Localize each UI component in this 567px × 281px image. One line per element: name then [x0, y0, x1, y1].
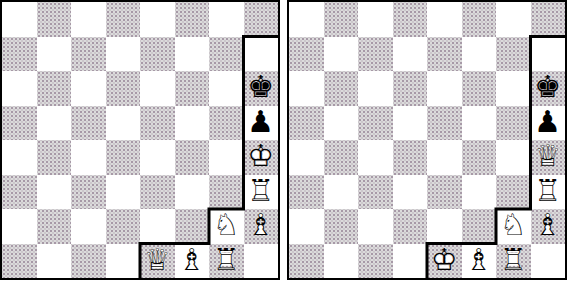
square-h2: ♝♗	[531, 209, 566, 244]
square-d7	[106, 37, 141, 72]
square-b6	[37, 71, 72, 106]
square-b8	[37, 2, 72, 37]
square-g4	[209, 140, 244, 175]
piece-outline-glyph: ♕	[140, 243, 175, 278]
square-c2	[358, 209, 393, 244]
square-b4	[324, 140, 359, 175]
square-f4	[175, 140, 210, 175]
square-c7	[358, 37, 393, 72]
square-c3	[71, 175, 106, 210]
square-d3	[106, 175, 141, 210]
piece-outline-glyph: ♖	[209, 243, 244, 278]
square-e4	[140, 140, 175, 175]
square-f3	[175, 175, 210, 210]
piece-outline-glyph: ♔	[427, 243, 462, 278]
piece-outline-glyph: ♖	[496, 243, 531, 278]
square-e8	[140, 2, 175, 37]
square-c1	[358, 244, 393, 279]
square-f5	[175, 106, 210, 141]
square-c1	[71, 244, 106, 279]
square-g7	[209, 37, 244, 72]
square-g5	[496, 106, 531, 141]
chessboard-right: ♚♟♛♕♜♖♞♘♝♗♚♔♝♗♜♖	[287, 0, 567, 280]
white-rook-piece: ♜♖	[244, 175, 279, 210]
square-b4	[37, 140, 72, 175]
square-f1: ♝♗	[175, 244, 210, 279]
square-h1	[244, 244, 279, 279]
square-a6	[289, 71, 324, 106]
square-a3	[289, 175, 324, 210]
piece-outline-glyph: ♗	[531, 208, 566, 243]
square-h2: ♝♗	[244, 209, 279, 244]
square-b7	[37, 37, 72, 72]
square-h8	[244, 2, 279, 37]
square-c8	[358, 2, 393, 37]
square-e5	[427, 106, 462, 141]
black-king-piece: ♚	[531, 71, 566, 106]
square-h8	[531, 2, 566, 37]
piece-outline-glyph: ♘	[209, 208, 244, 243]
square-d4	[106, 140, 141, 175]
square-c6	[71, 71, 106, 106]
square-e6	[427, 71, 462, 106]
square-h3: ♜♖	[244, 175, 279, 210]
square-e3	[427, 175, 462, 210]
square-b8	[324, 2, 359, 37]
square-g7	[496, 37, 531, 72]
square-a3	[2, 175, 37, 210]
square-c5	[358, 106, 393, 141]
square-b6	[324, 71, 359, 106]
square-e7	[140, 37, 175, 72]
square-a7	[2, 37, 37, 72]
square-a6	[2, 71, 37, 106]
square-d5	[106, 106, 141, 141]
square-c6	[358, 71, 393, 106]
square-b2	[37, 209, 72, 244]
square-d4	[393, 140, 428, 175]
square-f2	[175, 209, 210, 244]
square-e5	[140, 106, 175, 141]
white-king-piece: ♚♔	[244, 140, 279, 175]
square-c7	[71, 37, 106, 72]
square-g3	[209, 175, 244, 210]
square-h5: ♟	[531, 106, 566, 141]
white-queen-piece: ♛♕	[531, 140, 566, 175]
square-g4	[496, 140, 531, 175]
square-a2	[2, 209, 37, 244]
square-g8	[496, 2, 531, 37]
piece-outline-glyph: ♗	[175, 243, 210, 278]
square-f7	[462, 37, 497, 72]
square-c3	[358, 175, 393, 210]
square-e6	[140, 71, 175, 106]
square-c4	[358, 140, 393, 175]
square-a5	[2, 106, 37, 141]
chessboard-left: ♚♟♚♔♜♖♞♘♝♗♛♕♝♗♜♖	[0, 0, 280, 280]
white-knight-piece: ♞♘	[496, 209, 531, 244]
square-d3	[393, 175, 428, 210]
square-d8	[393, 2, 428, 37]
piece-solid-glyph: ♚	[244, 70, 279, 105]
square-g5	[209, 106, 244, 141]
white-knight-piece: ♞♘	[209, 209, 244, 244]
square-d2	[393, 209, 428, 244]
square-e8	[427, 2, 462, 37]
square-d1	[393, 244, 428, 279]
square-b2	[324, 209, 359, 244]
square-g3	[496, 175, 531, 210]
square-f6	[462, 71, 497, 106]
piece-outline-glyph: ♖	[531, 174, 566, 209]
square-e7	[427, 37, 462, 72]
square-a8	[2, 2, 37, 37]
white-rook-piece: ♜♖	[209, 244, 244, 279]
square-b5	[324, 106, 359, 141]
square-d5	[393, 106, 428, 141]
piece-outline-glyph: ♗	[462, 243, 497, 278]
square-b3	[324, 175, 359, 210]
square-e3	[140, 175, 175, 210]
square-e1: ♛♕	[140, 244, 175, 279]
square-a4	[289, 140, 324, 175]
square-d8	[106, 2, 141, 37]
square-b1	[324, 244, 359, 279]
white-bishop-piece: ♝♗	[175, 244, 210, 279]
square-e4	[427, 140, 462, 175]
piece-outline-glyph: ♔	[244, 139, 279, 174]
square-h7	[531, 37, 566, 72]
square-b7	[324, 37, 359, 72]
square-f8	[175, 2, 210, 37]
square-a2	[289, 209, 324, 244]
square-g6	[209, 71, 244, 106]
chess-diagram-pair: ♚♟♚♔♜♖♞♘♝♗♛♕♝♗♜♖ ♚♟♛♕♜♖♞♘♝♗♚♔♝♗♜♖	[0, 0, 567, 281]
square-f7	[175, 37, 210, 72]
square-d6	[106, 71, 141, 106]
square-d2	[106, 209, 141, 244]
square-a1	[2, 244, 37, 279]
piece-outline-glyph: ♕	[531, 139, 566, 174]
square-g2: ♞♘	[496, 209, 531, 244]
white-rook-piece: ♜♖	[496, 244, 531, 279]
square-f6	[175, 71, 210, 106]
black-pawn-piece: ♟	[531, 106, 566, 141]
piece-solid-glyph: ♟	[244, 105, 279, 140]
square-h3: ♜♖	[531, 175, 566, 210]
white-king-piece: ♚♔	[427, 244, 462, 279]
piece-solid-glyph: ♟	[531, 105, 566, 140]
square-h7	[244, 37, 279, 72]
square-b3	[37, 175, 72, 210]
square-a1	[289, 244, 324, 279]
square-b5	[37, 106, 72, 141]
square-d6	[393, 71, 428, 106]
piece-outline-glyph: ♖	[244, 174, 279, 209]
square-h5: ♟	[244, 106, 279, 141]
square-h6: ♚	[244, 71, 279, 106]
square-f4	[462, 140, 497, 175]
square-c5	[71, 106, 106, 141]
square-f2	[462, 209, 497, 244]
square-f5	[462, 106, 497, 141]
piece-outline-glyph: ♗	[244, 208, 279, 243]
square-h1	[531, 244, 566, 279]
square-a5	[289, 106, 324, 141]
square-a8	[289, 2, 324, 37]
square-g6	[496, 71, 531, 106]
white-rook-piece: ♜♖	[531, 175, 566, 210]
square-g1: ♜♖	[496, 244, 531, 279]
square-f8	[462, 2, 497, 37]
white-queen-piece: ♛♕	[140, 244, 175, 279]
square-e1: ♚♔	[427, 244, 462, 279]
square-a4	[2, 140, 37, 175]
white-bishop-piece: ♝♗	[531, 209, 566, 244]
piece-outline-glyph: ♘	[496, 208, 531, 243]
square-h4: ♛♕	[531, 140, 566, 175]
square-d1	[106, 244, 141, 279]
square-h6: ♚	[531, 71, 566, 106]
square-e2	[427, 209, 462, 244]
black-king-piece: ♚	[244, 71, 279, 106]
square-a7	[289, 37, 324, 72]
square-e2	[140, 209, 175, 244]
square-g2: ♞♘	[209, 209, 244, 244]
square-c8	[71, 2, 106, 37]
square-d7	[393, 37, 428, 72]
square-g8	[209, 2, 244, 37]
black-pawn-piece: ♟	[244, 106, 279, 141]
square-c2	[71, 209, 106, 244]
square-g1: ♜♖	[209, 244, 244, 279]
square-c4	[71, 140, 106, 175]
square-f1: ♝♗	[462, 244, 497, 279]
square-b1	[37, 244, 72, 279]
white-bishop-piece: ♝♗	[462, 244, 497, 279]
piece-solid-glyph: ♚	[531, 70, 566, 105]
square-h4: ♚♔	[244, 140, 279, 175]
square-f3	[462, 175, 497, 210]
white-bishop-piece: ♝♗	[244, 209, 279, 244]
